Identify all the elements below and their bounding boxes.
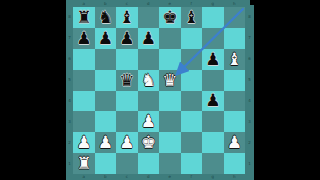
- square-f1[interactable]: [181, 153, 203, 174]
- square-b6[interactable]: [95, 49, 117, 70]
- white-king[interactable]: ♚: [138, 132, 160, 153]
- square-b3[interactable]: [95, 111, 117, 132]
- white-bishop[interactable]: ♝: [224, 49, 246, 70]
- rank-label-1: 1: [245, 153, 254, 174]
- square-d7[interactable]: ♟: [138, 28, 160, 49]
- square-g7[interactable]: [202, 28, 224, 49]
- square-g5[interactable]: [202, 70, 224, 91]
- square-d6[interactable]: [138, 49, 160, 70]
- rank-label-6: 6: [245, 49, 254, 70]
- file-label-e: e: [159, 0, 181, 7]
- square-f5[interactable]: [181, 70, 203, 91]
- square-c8[interactable]: ♝: [116, 7, 138, 28]
- square-e4[interactable]: [159, 91, 181, 112]
- file-label-h: h: [224, 0, 246, 7]
- white-pawn[interactable]: ♟: [224, 132, 246, 153]
- black-pawn[interactable]: ♟: [202, 49, 224, 70]
- file-label-f: f: [181, 174, 203, 180]
- square-f2[interactable]: [181, 132, 203, 153]
- square-e6[interactable]: [159, 49, 181, 70]
- chess-board[interactable]: ♜♞♝♚♝♟♟♟♟♟♝♛♞♛♟♟♟♟♟♚♟♜: [73, 7, 245, 174]
- square-a4[interactable]: [73, 91, 95, 112]
- square-a3[interactable]: [73, 111, 95, 132]
- square-f3[interactable]: [181, 111, 203, 132]
- square-d8[interactable]: [138, 7, 160, 28]
- black-pawn[interactable]: ♟: [202, 91, 224, 112]
- file-labels-bottom: abcdefgh: [73, 174, 245, 180]
- square-c2[interactable]: ♟: [116, 132, 138, 153]
- square-b2[interactable]: ♟: [95, 132, 117, 153]
- square-g4[interactable]: ♟: [202, 91, 224, 112]
- chess-board-frame: abcdefgh abcdefgh 87654321 87654321 ♜♞♝♚…: [66, 0, 254, 180]
- square-e8[interactable]: ♚: [159, 7, 181, 28]
- rank-label-4: 4: [66, 91, 73, 112]
- square-b7[interactable]: ♟: [95, 28, 117, 49]
- black-pawn[interactable]: ♟: [73, 28, 95, 49]
- rank-label-2: 2: [66, 132, 73, 153]
- square-b8[interactable]: ♞: [95, 7, 117, 28]
- square-c7[interactable]: ♟: [116, 28, 138, 49]
- left-black-bar: [0, 0, 66, 180]
- rank-label-3: 3: [66, 111, 73, 132]
- square-e7[interactable]: [159, 28, 181, 49]
- black-bishop[interactable]: ♝: [116, 7, 138, 28]
- square-d5[interactable]: ♞: [138, 70, 160, 91]
- right-black-bar: [254, 0, 320, 180]
- square-h8[interactable]: [224, 7, 246, 28]
- rank-label-5: 5: [245, 70, 254, 91]
- file-label-c: c: [116, 174, 138, 180]
- square-d2[interactable]: ♚: [138, 132, 160, 153]
- square-h3[interactable]: [224, 111, 246, 132]
- square-g2[interactable]: [202, 132, 224, 153]
- black-pawn[interactable]: ♟: [138, 28, 160, 49]
- file-label-a: a: [73, 0, 95, 7]
- square-g3[interactable]: [202, 111, 224, 132]
- white-rook[interactable]: ♜: [73, 153, 95, 174]
- file-label-e: e: [159, 174, 181, 180]
- square-h7[interactable]: [224, 28, 246, 49]
- square-a5[interactable]: [73, 70, 95, 91]
- black-king[interactable]: ♚: [159, 7, 181, 28]
- square-f4[interactable]: [181, 91, 203, 112]
- square-a1[interactable]: ♜: [73, 153, 95, 174]
- black-pawn[interactable]: ♟: [116, 28, 138, 49]
- white-pawn[interactable]: ♟: [138, 111, 160, 132]
- file-label-d: d: [138, 0, 160, 7]
- rank-label-8: 8: [66, 7, 73, 28]
- square-f6[interactable]: [181, 49, 203, 70]
- square-c6[interactable]: [116, 49, 138, 70]
- file-label-g: g: [202, 174, 224, 180]
- file-label-f: f: [181, 0, 203, 7]
- white-pawn[interactable]: ♟: [73, 132, 95, 153]
- square-g6[interactable]: ♟: [202, 49, 224, 70]
- square-e5[interactable]: ♛: [159, 70, 181, 91]
- white-pawn[interactable]: ♟: [95, 132, 117, 153]
- square-g1[interactable]: [202, 153, 224, 174]
- square-d3[interactable]: ♟: [138, 111, 160, 132]
- square-g8[interactable]: [202, 7, 224, 28]
- white-queen[interactable]: ♛: [159, 70, 181, 91]
- black-queen[interactable]: ♛: [116, 70, 138, 91]
- rank-label-8: 8: [245, 7, 254, 28]
- square-c5[interactable]: ♛: [116, 70, 138, 91]
- file-label-b: b: [95, 0, 117, 7]
- square-h1[interactable]: [224, 153, 246, 174]
- rank-label-7: 7: [245, 28, 254, 49]
- square-d1[interactable]: [138, 153, 160, 174]
- square-h5[interactable]: [224, 70, 246, 91]
- square-a8[interactable]: ♜: [73, 7, 95, 28]
- file-label-a: a: [73, 174, 95, 180]
- corner-mark: [250, 0, 254, 5]
- square-e2[interactable]: [159, 132, 181, 153]
- square-a2[interactable]: ♟: [73, 132, 95, 153]
- black-rook[interactable]: ♜: [73, 7, 95, 28]
- square-f8[interactable]: ♝: [181, 7, 203, 28]
- black-pawn[interactable]: ♟: [95, 28, 117, 49]
- black-bishop[interactable]: ♝: [181, 7, 203, 28]
- file-label-d: d: [138, 174, 160, 180]
- rank-label-2: 2: [245, 132, 254, 153]
- black-knight[interactable]: ♞: [95, 7, 117, 28]
- file-labels-top: abcdefgh: [73, 0, 245, 7]
- square-e3[interactable]: [159, 111, 181, 132]
- rank-label-3: 3: [245, 111, 254, 132]
- rank-label-7: 7: [66, 28, 73, 49]
- file-label-h: h: [224, 174, 246, 180]
- square-b5[interactable]: [95, 70, 117, 91]
- square-a6[interactable]: [73, 49, 95, 70]
- file-label-c: c: [116, 0, 138, 7]
- rank-label-1: 1: [66, 153, 73, 174]
- rank-label-6: 6: [66, 49, 73, 70]
- rank-label-4: 4: [245, 91, 254, 112]
- rank-label-5: 5: [66, 70, 73, 91]
- square-c1[interactable]: [116, 153, 138, 174]
- file-label-b: b: [95, 174, 117, 180]
- square-h4[interactable]: [224, 91, 246, 112]
- square-e1[interactable]: [159, 153, 181, 174]
- white-knight[interactable]: ♞: [138, 70, 160, 91]
- square-b1[interactable]: [95, 153, 117, 174]
- rank-labels-left: 87654321: [66, 7, 73, 174]
- square-h2[interactable]: ♟: [224, 132, 246, 153]
- square-a7[interactable]: ♟: [73, 28, 95, 49]
- square-h6[interactable]: ♝: [224, 49, 246, 70]
- square-b4[interactable]: [95, 91, 117, 112]
- square-c3[interactable]: [116, 111, 138, 132]
- square-d4[interactable]: [138, 91, 160, 112]
- square-c4[interactable]: [116, 91, 138, 112]
- square-f7[interactable]: [181, 28, 203, 49]
- file-label-g: g: [202, 0, 224, 7]
- white-pawn[interactable]: ♟: [116, 132, 138, 153]
- chess-app-window: abcdefgh abcdefgh 87654321 87654321 ♜♞♝♚…: [0, 0, 320, 180]
- rank-labels-right: 87654321: [245, 7, 254, 174]
